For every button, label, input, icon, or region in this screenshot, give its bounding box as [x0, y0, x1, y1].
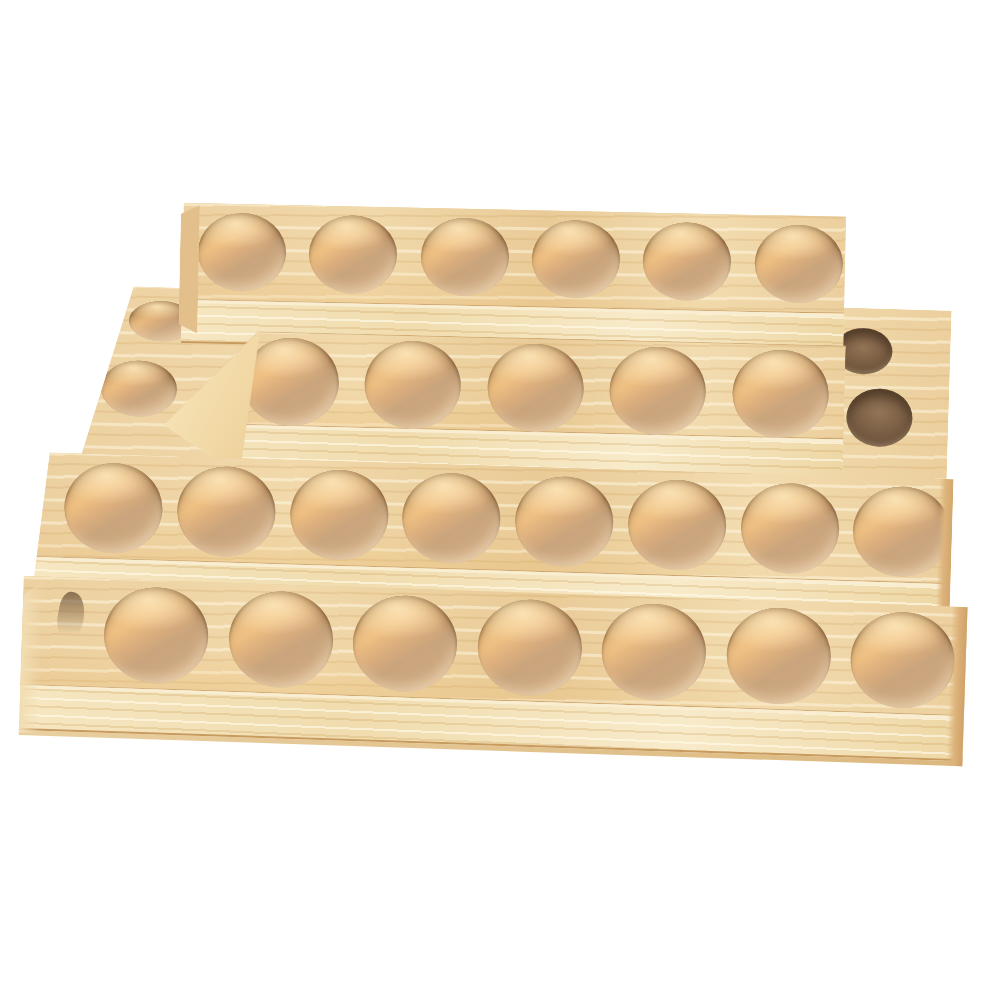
pit-r3-c5[interactable] — [514, 475, 615, 568]
pit-r4-c7[interactable] — [850, 610, 957, 709]
pit-r3-c7[interactable] — [739, 482, 840, 575]
pit-r4-c4[interactable] — [476, 598, 583, 697]
pit-row-2 — [164, 330, 846, 439]
pit-r3-c4[interactable] — [401, 472, 502, 565]
pit-r1-c4[interactable] — [531, 219, 621, 299]
board-photo-stage — [0, 0, 1001, 1001]
pit-r2-c3[interactable] — [486, 343, 584, 433]
pit-r2-c2[interactable] — [364, 340, 462, 430]
pit-r4-c1[interactable] — [103, 586, 210, 685]
tier-4-board — [19, 576, 968, 766]
pit-r1-c1[interactable] — [197, 212, 287, 292]
rear-edge-pit-right-2[interactable] — [846, 388, 914, 448]
pit-r1-c6[interactable] — [754, 224, 844, 304]
pit-r1-c5[interactable] — [642, 222, 732, 302]
pit-r3-c6[interactable] — [627, 479, 728, 572]
pit-row-1 — [182, 203, 846, 313]
pit-r3-c1[interactable] — [63, 462, 164, 555]
tier-2-top-face — [164, 329, 846, 440]
tier-1-top-face — [182, 203, 846, 314]
pit-r4-c2[interactable] — [227, 590, 334, 689]
rear-edge-pit-left-2[interactable] — [100, 360, 178, 418]
tier-1-left-end-face — [178, 205, 200, 333]
pit-r4-c5[interactable] — [601, 602, 708, 701]
pit-r1-c3[interactable] — [420, 217, 510, 297]
tier-3-right-end-face — [935, 479, 953, 624]
pit-r1-c2[interactable] — [308, 215, 398, 295]
pit-r2-c4[interactable] — [609, 346, 707, 436]
pit-r3-c2[interactable] — [176, 465, 277, 558]
pit-r4-c3[interactable] — [352, 594, 459, 693]
pit-r4-c6[interactable] — [725, 606, 832, 705]
pit-r2-c5[interactable] — [731, 349, 829, 439]
pit-r3-c3[interactable] — [288, 469, 389, 562]
